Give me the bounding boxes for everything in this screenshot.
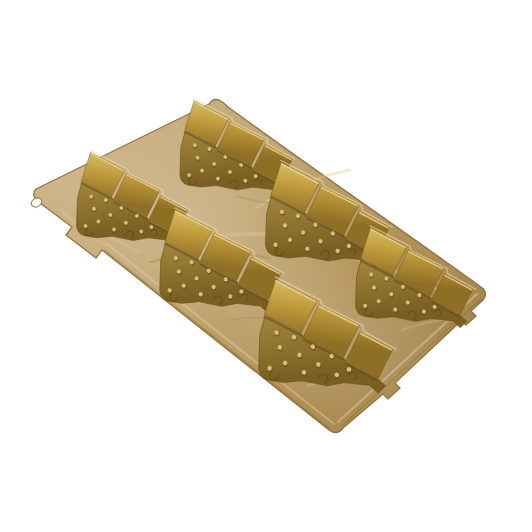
product-photo (0, 0, 532, 532)
mold-svg (0, 0, 532, 532)
